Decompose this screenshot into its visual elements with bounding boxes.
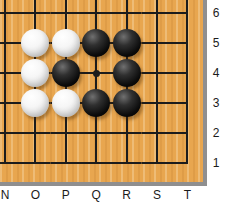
stone-white-P5 [52, 29, 80, 57]
stone-white-P3 [52, 89, 80, 117]
col-label-R: R [122, 188, 131, 202]
stone-white-O4 [21, 59, 49, 87]
row-label-1: 1 [204, 156, 228, 170]
row-label-3: 3 [204, 96, 228, 110]
col-label-T: T [184, 188, 191, 202]
stone-black-P4 [52, 59, 80, 87]
row-label-6: 6 [204, 6, 228, 20]
stone-black-R5 [113, 29, 141, 57]
row-label-2: 2 [204, 126, 228, 140]
col-label-P: P [62, 188, 70, 202]
row-label-4: 4 [204, 66, 228, 80]
col-label-O: O [31, 188, 40, 202]
stones-layer [0, 0, 203, 182]
col-label-S: S [153, 188, 161, 202]
stone-black-Q3 [82, 89, 110, 117]
stone-black-R3 [113, 89, 141, 117]
stone-black-Q5 [82, 29, 110, 57]
col-label-N: N [1, 188, 10, 202]
stone-black-R4 [113, 59, 141, 87]
col-label-Q: Q [92, 188, 101, 202]
stone-white-O5 [21, 29, 49, 57]
row-label-5: 5 [204, 36, 228, 50]
stone-white-O3 [21, 89, 49, 117]
goban [0, 0, 207, 186]
go-board-diagram: 654321 NOPQRST [0, 0, 229, 209]
